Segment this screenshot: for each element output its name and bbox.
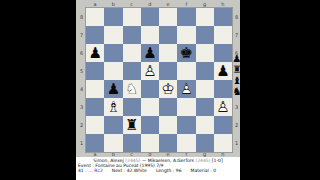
square-b6[interactable] [104,44,122,62]
tray-white-knight-outline: ♘ [232,86,242,97]
square-e4[interactable]: ♚♔ [159,80,177,98]
square-c4[interactable]: ♞♘ [123,80,141,98]
rank-label-8: 8 [233,8,240,26]
square-d1[interactable] [141,134,159,152]
rank-label-5: 5 [78,62,85,80]
square-e7[interactable] [159,26,177,44]
move-number: 41 . [78,168,87,173]
rank-labels-left: 87654321 [78,8,85,152]
video-frame: abcdefgh abcdefgh 87654321 87654321 ♟♟♚♟… [0,0,320,180]
square-d5[interactable]: ♟♙ [141,62,159,80]
square-g5[interactable] [196,62,214,80]
square-a3[interactable] [86,98,104,116]
black-pawn[interactable]: ♟ [104,80,122,98]
square-e3[interactable] [159,98,177,116]
square-f8[interactable] [177,8,195,26]
square-d8[interactable] [141,8,159,26]
file-label-g: g [196,1,214,8]
square-b3[interactable]: ♝♗ [104,98,122,116]
game-result: [1-0] [212,158,223,163]
white-pawn[interactable]: ♟♙ [141,62,159,80]
square-g6[interactable] [196,44,214,62]
square-f6[interactable]: ♚ [177,44,195,62]
rank-label-6: 6 [78,44,85,62]
square-a2[interactable] [86,116,104,134]
captured-material-tray: ♟♜♝♗♞♘ [232,53,242,97]
square-c6[interactable] [123,44,141,62]
rank-label-1: 1 [233,134,240,152]
game-length: Length : 96 [156,168,182,173]
square-h4[interactable] [214,80,232,98]
letterbox-right [240,0,320,180]
rank-label-3: 3 [233,98,240,116]
white-bishop-outline: ♗ [104,98,122,116]
white-pawn-outline: ♙ [214,98,232,116]
square-e1[interactable] [159,134,177,152]
square-e2[interactable] [159,116,177,134]
square-a8[interactable] [86,8,104,26]
white-pawn[interactable]: ♟♙ [177,80,195,98]
file-label-h: h [214,1,232,8]
rank-label-7: 7 [233,26,240,44]
rank-label-4: 4 [78,80,85,98]
square-d6[interactable]: ♟ [141,44,159,62]
square-b1[interactable] [104,134,122,152]
rank-label-8: 8 [78,8,85,26]
white-king[interactable]: ♚♔ [159,80,177,98]
rank-label-2: 2 [233,116,240,134]
square-b5[interactable] [104,62,122,80]
square-d3[interactable] [141,98,159,116]
square-c1[interactable] [123,134,141,152]
rank-label-7: 7 [78,26,85,44]
file-labels-top: abcdefgh [86,1,232,8]
white-pawn[interactable]: ♟♙ [214,98,232,116]
square-e6[interactable] [159,44,177,62]
black-player-elo: (2445) [195,158,210,163]
last-move: ... Rc2 [89,168,103,173]
chess-board[interactable]: ♟♟♚♟♙♟♟♞♘♚♔♟♙♝♗♟♙♜ [86,8,232,152]
material-balance: Material : 0 [191,168,217,173]
square-h1[interactable] [214,134,232,152]
square-a5[interactable] [86,62,104,80]
square-b4[interactable]: ♟ [104,80,122,98]
black-pawn[interactable]: ♟ [141,44,159,62]
square-b8[interactable] [104,8,122,26]
file-label-d: d [141,1,159,8]
square-g3[interactable] [196,98,214,116]
square-f2[interactable] [177,116,195,134]
square-b2[interactable] [104,116,122,134]
file-label-f: f [177,1,195,8]
white-pawn-outline: ♙ [141,62,159,80]
square-d4[interactable] [141,80,159,98]
next-to-move: Next : 42.White [112,168,147,173]
black-pawn[interactable]: ♟ [214,62,232,80]
tray-white-knight-icon: ♞♘ [232,86,242,97]
square-b7[interactable] [104,26,122,44]
square-c5[interactable] [123,62,141,80]
square-a1[interactable] [86,134,104,152]
black-pawn[interactable]: ♟ [86,44,104,62]
white-bishop[interactable]: ♝♗ [104,98,122,116]
square-g7[interactable] [196,26,214,44]
square-g2[interactable] [196,116,214,134]
tray-black-pawn-icon: ♟ [232,53,242,64]
square-f4[interactable]: ♟♙ [177,80,195,98]
square-d2[interactable] [141,116,159,134]
white-pawn-outline: ♙ [177,80,195,98]
caption-area: Simon, Alexej (2445) — Mikaelsen, A.Gerf… [76,157,240,180]
move-info-line: 41 . ... Rc2 Next : 42.White Length : 96… [78,168,238,173]
square-c8[interactable] [123,8,141,26]
square-h5[interactable]: ♟ [214,62,232,80]
square-e8[interactable] [159,8,177,26]
square-h8[interactable] [214,8,232,26]
square-e5[interactable] [159,62,177,80]
square-a4[interactable] [86,80,104,98]
letterbox-left [0,0,76,180]
file-label-c: c [123,1,141,8]
rank-label-1: 1 [78,134,85,152]
rank-label-3: 3 [78,98,85,116]
square-c3[interactable] [123,98,141,116]
square-h2[interactable] [214,116,232,134]
rank-label-2: 2 [78,116,85,134]
square-a7[interactable] [86,26,104,44]
tray-black-rook-icon: ♜ [232,64,242,75]
tray-white-bishop-outline: ♗ [232,75,242,86]
square-f5[interactable] [177,62,195,80]
tray-white-bishop-icon: ♝♗ [232,75,242,86]
square-c7[interactable] [123,26,141,44]
square-h6[interactable] [214,44,232,62]
black-rook[interactable]: ♜ [123,116,141,134]
square-f7[interactable] [177,26,195,44]
white-knight[interactable]: ♞♘ [123,80,141,98]
square-c2[interactable]: ♜ [123,116,141,134]
square-h3[interactable]: ♟♙ [214,98,232,116]
square-g4[interactable] [196,80,214,98]
square-d7[interactable] [141,26,159,44]
file-label-b: b [104,1,122,8]
white-king-outline: ♔ [159,80,177,98]
square-f3[interactable] [177,98,195,116]
square-h7[interactable] [214,26,232,44]
diagram-panel: abcdefgh abcdefgh 87654321 87654321 ♟♟♚♟… [76,0,240,180]
black-king[interactable]: ♚ [177,44,195,62]
file-label-a: a [86,1,104,8]
white-knight-outline: ♘ [123,80,141,98]
square-g1[interactable] [196,134,214,152]
square-a6[interactable]: ♟ [86,44,104,62]
square-f1[interactable] [177,134,195,152]
square-g8[interactable] [196,8,214,26]
file-label-e: e [159,1,177,8]
